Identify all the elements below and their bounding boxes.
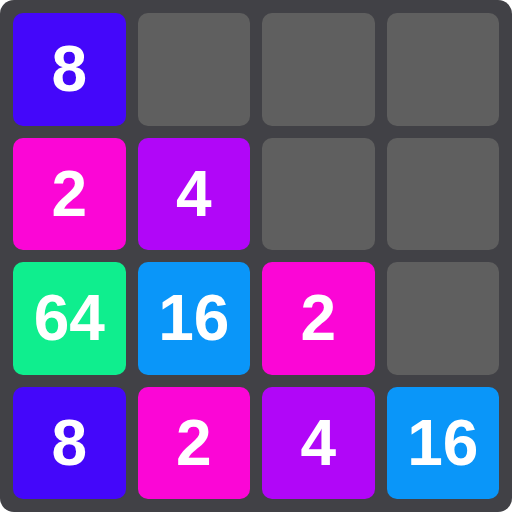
empty-cell <box>387 262 500 375</box>
tile-8: 8 <box>13 387 126 500</box>
tile-4: 4 <box>262 387 375 500</box>
tile-2: 2 <box>13 138 126 251</box>
empty-cell <box>387 138 500 251</box>
empty-cell <box>138 13 251 126</box>
2048-board[interactable]: 8246416282416 <box>0 0 512 512</box>
tile-16: 16 <box>138 262 251 375</box>
tile-2: 2 <box>138 387 251 500</box>
tile-2: 2 <box>262 262 375 375</box>
tile-4: 4 <box>138 138 251 251</box>
empty-cell <box>262 138 375 251</box>
empty-cell <box>387 13 500 126</box>
empty-cell <box>262 13 375 126</box>
tile-16: 16 <box>387 387 500 500</box>
tile-64: 64 <box>13 262 126 375</box>
tile-8: 8 <box>13 13 126 126</box>
